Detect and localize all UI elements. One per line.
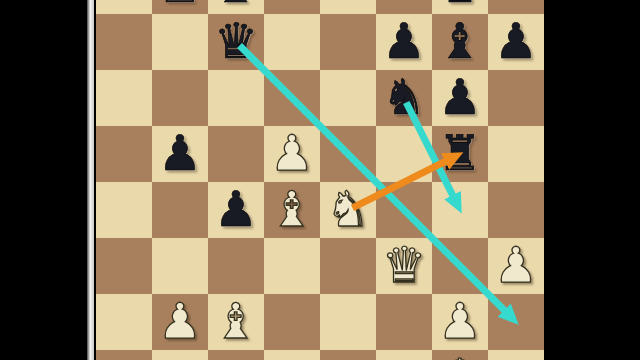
square-a4[interactable] — [96, 182, 152, 238]
square-h6[interactable] — [488, 70, 544, 126]
piece-black-pawn-g6[interactable]: ♟ — [432, 70, 488, 126]
square-e7[interactable] — [320, 14, 376, 70]
square-b7[interactable] — [152, 14, 208, 70]
square-e8[interactable] — [320, 0, 376, 14]
piece-white-bishop-d4[interactable]: ♝ — [264, 182, 320, 238]
square-d3[interactable] — [264, 238, 320, 294]
piece-black-pawn-c4[interactable]: ♟ — [208, 182, 264, 238]
square-h8[interactable] — [488, 0, 544, 14]
square-e3[interactable] — [320, 238, 376, 294]
square-d2[interactable] — [264, 294, 320, 350]
square-a6[interactable] — [96, 70, 152, 126]
square-d1[interactable] — [264, 350, 320, 360]
square-e6[interactable] — [320, 70, 376, 126]
square-d7[interactable] — [264, 14, 320, 70]
square-a3[interactable] — [96, 238, 152, 294]
piece-black-pawn-f7[interactable]: ♟ — [376, 14, 432, 70]
video-frame: ♜♝♚♛♟♝♟♞♟♟♟♜♟♝♞♛♟♟♝♟♚ — [0, 0, 640, 360]
square-h5[interactable] — [488, 126, 544, 182]
square-f5[interactable] — [376, 126, 432, 182]
square-a7[interactable] — [96, 14, 152, 70]
square-a2[interactable] — [96, 294, 152, 350]
square-c6[interactable] — [208, 70, 264, 126]
square-f4[interactable] — [376, 182, 432, 238]
piece-white-queen-f3[interactable]: ♛ — [376, 238, 432, 294]
square-c1[interactable] — [208, 350, 264, 360]
square-b6[interactable] — [152, 70, 208, 126]
square-a5[interactable] — [96, 126, 152, 182]
square-c5[interactable] — [208, 126, 264, 182]
square-h4[interactable] — [488, 182, 544, 238]
square-f1[interactable] — [376, 350, 432, 360]
piece-black-queen-c7[interactable]: ♛ — [208, 14, 264, 70]
piece-black-bishop-g7[interactable]: ♝ — [432, 14, 488, 70]
square-e5[interactable] — [320, 126, 376, 182]
square-d6[interactable] — [264, 70, 320, 126]
square-g3[interactable] — [432, 238, 488, 294]
square-h2[interactable] — [488, 294, 544, 350]
piece-white-pawn-b2[interactable]: ♟ — [152, 294, 208, 350]
piece-black-pawn-b5[interactable]: ♟ — [152, 126, 208, 182]
square-b1[interactable] — [152, 350, 208, 360]
piece-black-knight-f6[interactable]: ♞ — [376, 70, 432, 126]
square-f8[interactable] — [376, 0, 432, 14]
square-a1[interactable] — [96, 350, 152, 360]
square-h1[interactable] — [488, 350, 544, 360]
piece-white-pawn-h3[interactable]: ♟ — [488, 238, 544, 294]
square-f2[interactable] — [376, 294, 432, 350]
piece-white-bishop-c2[interactable]: ♝ — [208, 294, 264, 350]
square-e2[interactable] — [320, 294, 376, 350]
square-g4[interactable] — [432, 182, 488, 238]
piece-black-king-g8[interactable]: ♚ — [432, 0, 488, 14]
square-c3[interactable] — [208, 238, 264, 294]
chess-board: ♜♝♚♛♟♝♟♞♟♟♟♜♟♝♞♛♟♟♝♟♚ — [96, 0, 544, 360]
piece-black-pawn-h7[interactable]: ♟ — [488, 14, 544, 70]
piece-white-knight-e4[interactable]: ♞ — [320, 182, 376, 238]
square-d8[interactable] — [264, 0, 320, 14]
board-edge-highlight — [87, 0, 94, 360]
square-a8[interactable] — [96, 0, 152, 14]
piece-black-rook-g5[interactable]: ♜ — [432, 126, 488, 182]
square-b4[interactable] — [152, 182, 208, 238]
piece-black-rook-b8[interactable]: ♜ — [152, 0, 208, 14]
square-b3[interactable] — [152, 238, 208, 294]
piece-white-pawn-d5[interactable]: ♟ — [264, 126, 320, 182]
piece-white-king-g1[interactable]: ♚ — [432, 350, 488, 360]
piece-black-bishop-c8[interactable]: ♝ — [208, 0, 264, 14]
square-e1[interactable] — [320, 350, 376, 360]
piece-white-pawn-g2[interactable]: ♟ — [432, 294, 488, 350]
